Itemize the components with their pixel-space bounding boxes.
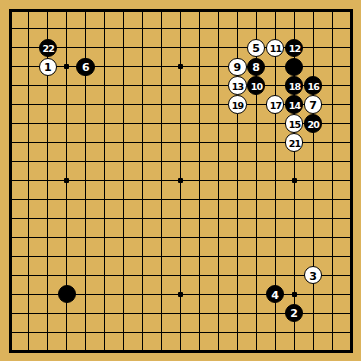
- move-number: 13: [232, 81, 244, 91]
- move-number: 14: [289, 100, 301, 110]
- go-diagram: 12345678910111213141516171819202122: [0, 0, 361, 361]
- stone-black-setup-Q16: [285, 58, 304, 77]
- move-number: 15: [289, 119, 301, 129]
- move-number: 3: [309, 270, 317, 281]
- stone-black-move-10: 10: [247, 76, 266, 95]
- stone-white-move-17: 17: [266, 95, 285, 114]
- stone-black-move-16: 16: [304, 76, 323, 95]
- stone-black-move-22: 22: [39, 39, 58, 58]
- go-board: 12345678910111213141516171819202122: [0, 0, 361, 361]
- move-number: 21: [289, 138, 301, 148]
- move-number: 6: [82, 62, 90, 73]
- stone-white-move-21: 21: [285, 133, 304, 152]
- move-number: 20: [308, 119, 320, 129]
- move-number: 12: [289, 44, 301, 54]
- stone-black-move-18: 18: [285, 76, 304, 95]
- move-number: 22: [42, 44, 54, 54]
- stone-black-move-12: 12: [285, 39, 304, 58]
- stone-white-move-9: 9: [228, 58, 247, 77]
- move-number: 2: [290, 308, 298, 319]
- stone-white-move-19: 19: [228, 95, 247, 114]
- move-number: 4: [271, 289, 279, 300]
- stone-white-move-15: 15: [285, 114, 304, 133]
- move-number: 18: [289, 81, 301, 91]
- stone-grid: 12345678910111213141516171819202122: [1, 1, 361, 361]
- move-number: 8: [252, 62, 260, 73]
- move-number: 1: [44, 62, 52, 73]
- move-number: 9: [233, 62, 241, 73]
- stone-black-setup-D4: [58, 285, 77, 304]
- move-number: 19: [232, 100, 244, 110]
- stone-black-move-8: 8: [247, 58, 266, 77]
- stone-black-move-14: 14: [285, 95, 304, 114]
- move-number: 10: [251, 81, 263, 91]
- stone-white-move-7: 7: [304, 95, 323, 114]
- move-number: 16: [308, 81, 320, 91]
- stone-black-move-2: 2: [285, 304, 304, 323]
- stone-black-move-20: 20: [304, 114, 323, 133]
- move-number: 11: [270, 44, 282, 54]
- move-number: 7: [309, 100, 317, 111]
- stone-white-move-5: 5: [247, 39, 266, 58]
- stone-black-move-6: 6: [76, 58, 95, 77]
- stone-white-move-3: 3: [304, 266, 323, 285]
- stone-black-move-4: 4: [266, 285, 285, 304]
- move-number: 17: [270, 100, 282, 110]
- stone-white-move-11: 11: [266, 39, 285, 58]
- stone-white-move-1: 1: [39, 58, 58, 77]
- stone-white-move-13: 13: [228, 76, 247, 95]
- move-number: 5: [252, 43, 260, 54]
